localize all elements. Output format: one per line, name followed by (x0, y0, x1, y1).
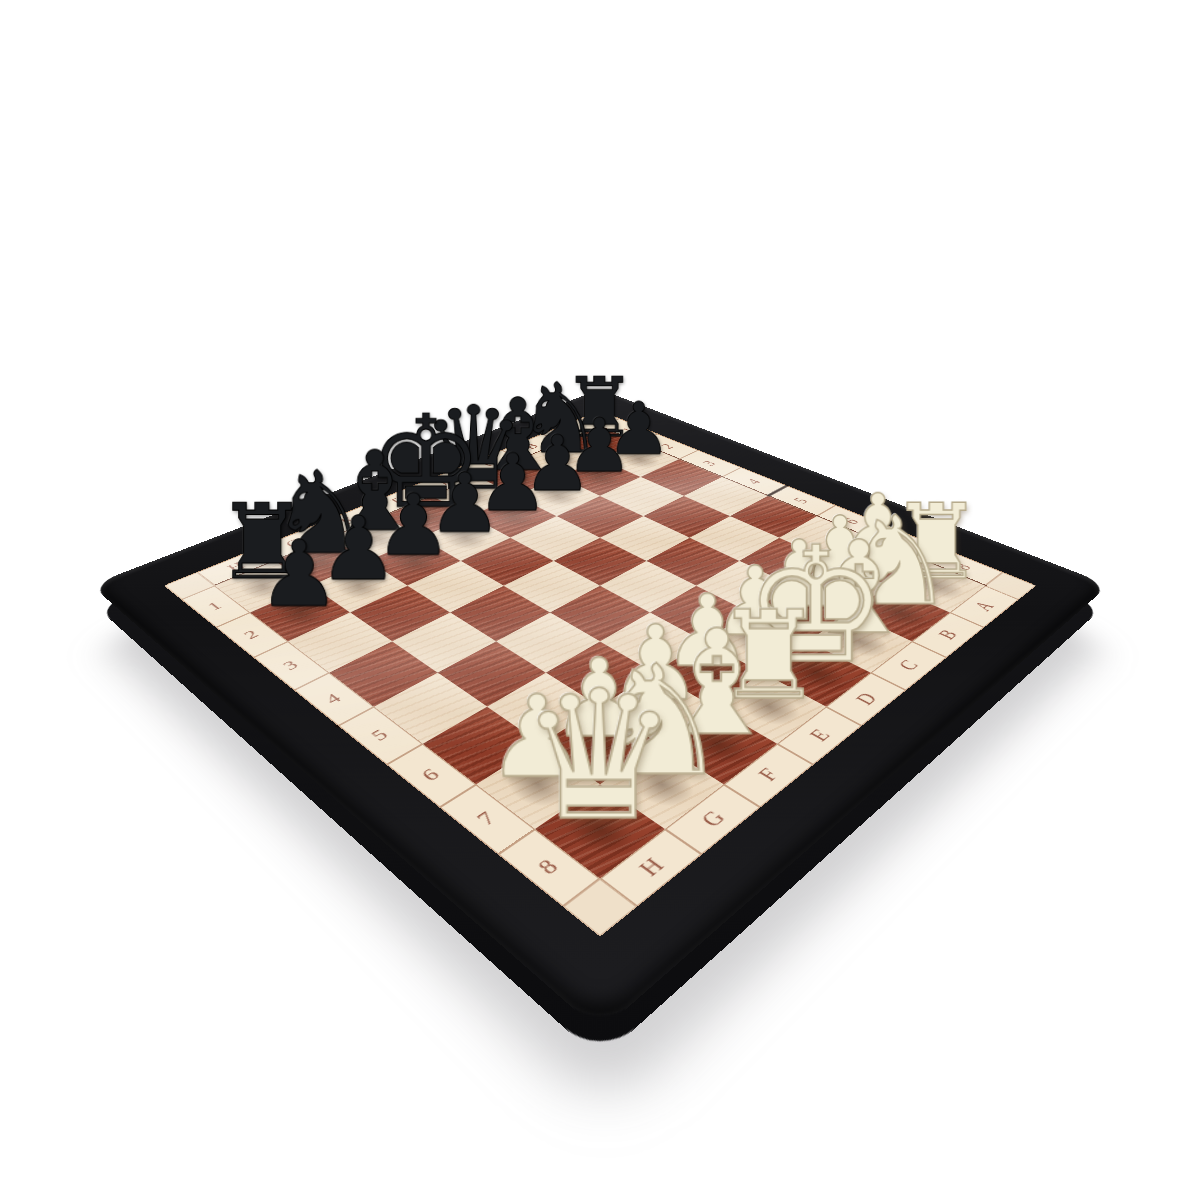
file-label: A (970, 599, 999, 614)
file-label: D (850, 689, 882, 708)
rank-label: 3 (279, 657, 303, 673)
square-h3[interactable] (288, 613, 392, 673)
chess-set-scene: 12345678 ABCDEFGH ♜♟♟♜♞♟♟♞♝♟♟♝♛♟♟♚♚♟♟♜♝♟… (0, 0, 1200, 1200)
chess-board-3d: 12345678 ABCDEFGH ♜♟♟♜♞♟♟♞♝♟♟♝♛♟♟♚♚♟♟♜♝♟… (91, 389, 1109, 1032)
file-label: B (934, 627, 963, 643)
rank-label: 4 (744, 477, 765, 486)
file-label: G (695, 806, 731, 831)
piece-glyph: ♛ (519, 666, 679, 844)
rank-label: 2 (241, 627, 263, 641)
board-surface: 12345678 ABCDEFGH ♜♟♟♜♞♟♟♞♝♟♟♝♛♟♟♚♚♟♟♜♝♟… (164, 410, 1035, 934)
file-label: H (633, 853, 671, 881)
rank-label: 6 (417, 765, 445, 785)
border-corner (985, 572, 1036, 599)
rank-label: 3 (700, 459, 720, 467)
rank-label: 4 (321, 690, 346, 707)
square-f4[interactable] (450, 586, 550, 642)
file-label: E (804, 725, 836, 745)
rank-label: 5 (367, 726, 393, 744)
board-frame: 12345678 ABCDEFGH ♜♟♟♜♞♟♟♞♝♟♟♝♛♟♟♚♚♟♟♜♝♟… (91, 389, 1109, 1032)
rank-label: 7 (472, 807, 502, 829)
piece-glyph: ♟ (258, 529, 340, 621)
file-label: F (753, 764, 785, 785)
rank-label: 1 (205, 599, 226, 612)
rank-label: 8 (532, 854, 564, 879)
file-label: C (894, 657, 924, 674)
